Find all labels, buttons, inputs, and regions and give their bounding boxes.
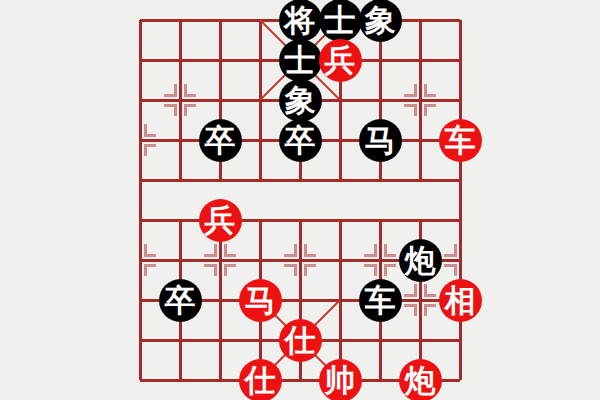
piece-red-chariot[interactable]: 车 <box>439 119 482 162</box>
point-1-3[interactable] <box>240 40 280 80</box>
point-7-6[interactable]: 车 <box>360 280 400 320</box>
point-8-8[interactable] <box>440 320 480 360</box>
point-1-8[interactable] <box>440 40 480 80</box>
point-3-4[interactable]: 卒 <box>280 120 320 160</box>
point-3-3[interactable] <box>240 120 280 160</box>
point-1-5[interactable]: 兵 <box>320 40 360 80</box>
point-4-0[interactable] <box>120 160 160 200</box>
point-9-7[interactable]: 炮 <box>400 360 440 400</box>
piece-black-cannon[interactable]: 炮 <box>399 239 442 282</box>
piece-red-advisor[interactable]: 仕 <box>279 319 322 362</box>
point-8-4[interactable]: 仕 <box>280 320 320 360</box>
point-7-5[interactable] <box>320 280 360 320</box>
point-2-7[interactable] <box>400 80 440 120</box>
piece-black-soldier[interactable]: 卒 <box>199 119 242 162</box>
point-6-6[interactable] <box>360 240 400 280</box>
point-8-2[interactable] <box>200 320 240 360</box>
piece-red-cannon[interactable]: 炮 <box>399 359 442 400</box>
point-5-4[interactable] <box>280 200 320 240</box>
point-0-3[interactable] <box>240 0 280 40</box>
point-3-8[interactable]: 车 <box>440 120 480 160</box>
piece-black-elephant[interactable]: 象 <box>279 79 322 122</box>
piece-black-soldier[interactable]: 卒 <box>279 119 322 162</box>
point-2-6[interactable] <box>360 80 400 120</box>
point-1-2[interactable] <box>200 40 240 80</box>
point-4-5[interactable] <box>320 160 360 200</box>
board-grid: 将士象士兵象卒卒马车兵炮卒马车相仕仕帅炮 <box>120 0 480 400</box>
point-4-3[interactable] <box>240 160 280 200</box>
point-6-7[interactable]: 炮 <box>400 240 440 280</box>
point-6-8[interactable] <box>440 240 480 280</box>
point-7-2[interactable] <box>200 280 240 320</box>
point-9-0[interactable] <box>120 360 160 400</box>
point-0-6[interactable]: 象 <box>360 0 400 40</box>
point-3-0[interactable] <box>120 120 160 160</box>
point-7-3[interactable]: 马 <box>240 280 280 320</box>
point-6-0[interactable] <box>120 240 160 280</box>
point-1-1[interactable] <box>160 40 200 80</box>
point-3-1[interactable] <box>160 120 200 160</box>
point-5-7[interactable] <box>400 200 440 240</box>
point-1-7[interactable] <box>400 40 440 80</box>
point-0-5[interactable]: 士 <box>320 0 360 40</box>
piece-black-horse[interactable]: 马 <box>359 119 402 162</box>
point-0-2[interactable] <box>200 0 240 40</box>
point-1-4[interactable]: 士 <box>280 40 320 80</box>
piece-black-advisor[interactable]: 士 <box>319 0 362 42</box>
point-9-2[interactable] <box>200 360 240 400</box>
piece-red-horse[interactable]: 马 <box>239 279 282 322</box>
point-4-2[interactable] <box>200 160 240 200</box>
point-8-0[interactable] <box>120 320 160 360</box>
point-2-5[interactable] <box>320 80 360 120</box>
point-5-5[interactable] <box>320 200 360 240</box>
point-8-1[interactable] <box>160 320 200 360</box>
point-8-6[interactable] <box>360 320 400 360</box>
point-3-6[interactable]: 马 <box>360 120 400 160</box>
point-0-1[interactable] <box>160 0 200 40</box>
piece-black-soldier[interactable]: 卒 <box>159 279 202 322</box>
piece-red-soldier[interactable]: 兵 <box>319 39 362 82</box>
point-7-8[interactable]: 相 <box>440 280 480 320</box>
point-4-8[interactable] <box>440 160 480 200</box>
piece-red-general[interactable]: 帅 <box>319 359 362 400</box>
point-1-0[interactable] <box>120 40 160 80</box>
point-1-6[interactable] <box>360 40 400 80</box>
point-6-1[interactable] <box>160 240 200 280</box>
point-3-2[interactable]: 卒 <box>200 120 240 160</box>
point-2-4[interactable]: 象 <box>280 80 320 120</box>
point-7-1[interactable]: 卒 <box>160 280 200 320</box>
point-9-1[interactable] <box>160 360 200 400</box>
point-6-3[interactable] <box>240 240 280 280</box>
point-5-2[interactable]: 兵 <box>200 200 240 240</box>
point-9-3[interactable]: 仕 <box>240 360 280 400</box>
piece-red-advisor[interactable]: 仕 <box>239 359 282 400</box>
point-8-3[interactable] <box>240 320 280 360</box>
point-7-4[interactable] <box>280 280 320 320</box>
point-5-3[interactable] <box>240 200 280 240</box>
point-3-7[interactable] <box>400 120 440 160</box>
point-5-0[interactable] <box>120 200 160 240</box>
point-4-4[interactable] <box>280 160 320 200</box>
point-2-1[interactable] <box>160 80 200 120</box>
point-4-6[interactable] <box>360 160 400 200</box>
point-7-0[interactable] <box>120 280 160 320</box>
point-0-7[interactable] <box>400 0 440 40</box>
point-9-8[interactable] <box>440 360 480 400</box>
point-2-8[interactable] <box>440 80 480 120</box>
piece-black-chariot[interactable]: 车 <box>359 279 402 322</box>
point-2-2[interactable] <box>200 80 240 120</box>
point-2-0[interactable] <box>120 80 160 120</box>
point-5-8[interactable] <box>440 200 480 240</box>
point-8-7[interactable] <box>400 320 440 360</box>
piece-black-elephant[interactable]: 象 <box>359 0 402 42</box>
point-4-7[interactable] <box>400 160 440 200</box>
point-9-4[interactable] <box>280 360 320 400</box>
point-0-8[interactable] <box>440 0 480 40</box>
point-6-5[interactable] <box>320 240 360 280</box>
point-8-5[interactable] <box>320 320 360 360</box>
point-3-5[interactable] <box>320 120 360 160</box>
point-9-5[interactable]: 帅 <box>320 360 360 400</box>
point-9-6[interactable] <box>360 360 400 400</box>
point-0-0[interactable] <box>120 0 160 40</box>
point-7-7[interactable] <box>400 280 440 320</box>
piece-black-general[interactable]: 将 <box>279 0 322 42</box>
point-5-6[interactable] <box>360 200 400 240</box>
piece-red-soldier[interactable]: 兵 <box>199 199 242 242</box>
piece-black-advisor[interactable]: 士 <box>279 39 322 82</box>
point-6-2[interactable] <box>200 240 240 280</box>
point-2-3[interactable] <box>240 80 280 120</box>
point-6-4[interactable] <box>280 240 320 280</box>
xiangqi-board: 将士象士兵象卒卒马车兵炮卒马车相仕仕帅炮 <box>0 0 600 400</box>
point-0-4[interactable]: 将 <box>280 0 320 40</box>
piece-red-elephant[interactable]: 相 <box>439 279 482 322</box>
point-4-1[interactable] <box>160 160 200 200</box>
point-5-1[interactable] <box>160 200 200 240</box>
